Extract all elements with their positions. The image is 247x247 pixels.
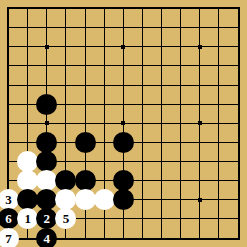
hoshi-point — [45, 45, 49, 49]
white-stone[interactable] — [17, 151, 38, 172]
hoshi-point — [121, 45, 125, 49]
grid-line-vertical — [180, 8, 181, 239]
move-number-label: 4 — [44, 232, 51, 245]
hoshi-point — [121, 121, 125, 125]
black-stone[interactable] — [113, 189, 134, 210]
white-stone[interactable]: 7 — [0, 228, 19, 247]
move-number-label: 3 — [5, 193, 12, 206]
black-stone[interactable]: 4 — [36, 228, 57, 247]
hoshi-point — [198, 45, 202, 49]
black-stone[interactable] — [36, 94, 57, 115]
move-number-label: 2 — [44, 212, 51, 225]
hoshi-point — [198, 198, 202, 202]
move-number-label: 6 — [5, 212, 12, 225]
move-number-label: 1 — [24, 212, 31, 225]
white-stone[interactable] — [75, 189, 96, 210]
grid-line-vertical — [142, 8, 143, 239]
white-stone[interactable] — [94, 189, 115, 210]
hoshi-point — [198, 121, 202, 125]
black-stone[interactable] — [113, 170, 134, 191]
black-stone[interactable] — [75, 132, 96, 153]
go-diagram: 3612574 — [0, 0, 247, 247]
grid-line-vertical — [218, 8, 219, 239]
hoshi-point — [45, 121, 49, 125]
move-number-label: 5 — [63, 212, 70, 225]
move-number-label: 7 — [5, 232, 12, 245]
black-stone[interactable] — [75, 170, 96, 191]
black-stone[interactable] — [36, 132, 57, 153]
black-stone[interactable] — [113, 132, 134, 153]
grid-line-vertical — [161, 8, 162, 239]
